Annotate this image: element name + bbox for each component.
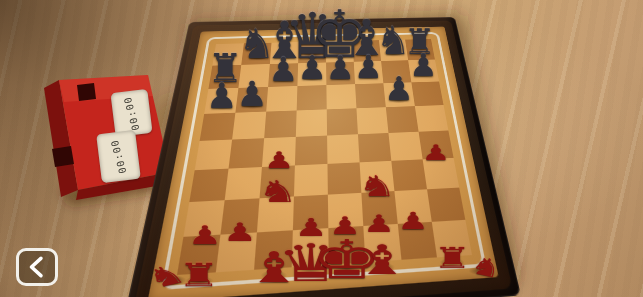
square-e3[interactable]: [327, 162, 361, 194]
piece-red-bishop-f1[interactable]: ♝: [355, 240, 409, 280]
square-h2[interactable]: [427, 188, 465, 222]
piece-black-pawn-b6[interactable]: ♟: [237, 77, 268, 112]
piece-black-pawn-a6[interactable]: ♟: [206, 78, 238, 113]
clock-button-far: [77, 83, 96, 101]
piece-red-knight-c3[interactable]: ♞: [258, 177, 298, 207]
clock-time-near: 00:00: [109, 138, 129, 175]
clock-display-near: 00:00: [96, 130, 141, 183]
chevron-left-icon: [22, 252, 52, 282]
back-button[interactable]: [16, 248, 58, 286]
piece-red-pawn-c4[interactable]: ♟: [264, 149, 295, 172]
piece-red-rook-h1[interactable]: ♜: [432, 243, 470, 272]
square-h5[interactable]: [415, 105, 449, 132]
piece-red-rook-a1[interactable]: ♜: [178, 260, 220, 292]
square-c5[interactable]: [264, 110, 296, 138]
piece-black-pawn-d7[interactable]: ♟: [297, 52, 326, 85]
clock-button-near: [52, 146, 74, 167]
square-e4[interactable]: [327, 134, 360, 164]
square-f4[interactable]: [358, 133, 391, 162]
square-e6[interactable]: [326, 84, 356, 109]
piece-red-pawn-b2[interactable]: ♟: [224, 220, 258, 245]
square-a4[interactable]: [195, 140, 232, 171]
square-f6[interactable]: [355, 83, 386, 108]
piece-red-pawn-a2[interactable]: ♟: [187, 222, 221, 248]
app-screen: { "game": "chess", "scene": { "descripti…: [0, 0, 643, 297]
piece-red-knight-f3[interactable]: ♞: [357, 172, 396, 201]
square-a5[interactable]: [200, 113, 236, 141]
piece-black-pawn-g6[interactable]: ♟: [384, 73, 413, 106]
piece-red-pawn-g2[interactable]: ♟: [397, 210, 429, 234]
square-d6[interactable]: [297, 85, 327, 110]
square-h6[interactable]: [411, 81, 443, 106]
square-d4[interactable]: [295, 136, 328, 166]
square-d5[interactable]: [296, 109, 327, 137]
square-b3[interactable]: [225, 167, 262, 200]
square-a3[interactable]: [189, 169, 228, 202]
square-b4[interactable]: [229, 138, 265, 168]
square-d3[interactable]: [294, 164, 328, 197]
clock-time-far: 00:00: [122, 95, 142, 132]
square-g4[interactable]: [388, 132, 422, 161]
piece-black-pawn-f7[interactable]: ♟: [354, 51, 383, 83]
square-e5[interactable]: [327, 108, 358, 135]
square-c6[interactable]: [266, 86, 297, 112]
piece-black-pawn-e7[interactable]: ♟: [326, 51, 355, 83]
piece-black-pawn-c7[interactable]: ♟: [269, 53, 299, 86]
square-g5[interactable]: [386, 106, 419, 133]
piece-red-pawn-h4[interactable]: ♟: [421, 142, 450, 164]
square-f5[interactable]: [356, 107, 388, 134]
